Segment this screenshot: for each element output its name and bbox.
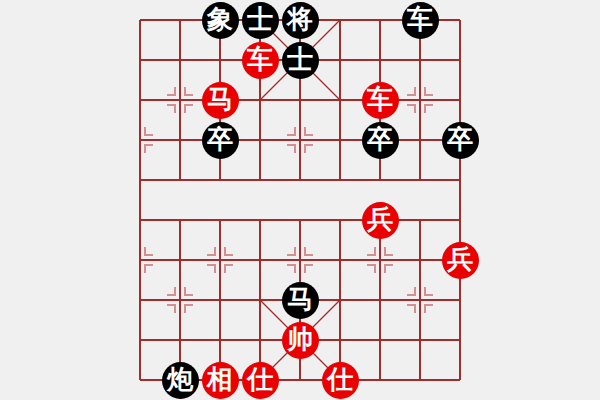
piece-red-soldier[interactable]: 兵: [362, 202, 399, 239]
xiangqi-diagram: 象士将车车士马车卒卒卒兵兵马帅炮相仕仕: [0, 0, 600, 400]
piece-black-soldier[interactable]: 卒: [202, 122, 239, 159]
piece-black-chariot[interactable]: 车: [402, 2, 439, 39]
piece-black-horse[interactable]: 马: [282, 282, 319, 319]
piece-black-elephant[interactable]: 象: [202, 2, 239, 39]
piece-black-soldier[interactable]: 卒: [362, 122, 399, 159]
piece-red-horse[interactable]: 马: [202, 82, 239, 119]
xiangqi-board[interactable]: 象士将车车士马车卒卒卒兵兵马帅炮相仕仕: [120, 0, 480, 400]
piece-black-cannon[interactable]: 炮: [162, 362, 199, 399]
piece-black-soldier[interactable]: 卒: [442, 122, 479, 159]
piece-red-chariot[interactable]: 车: [242, 42, 279, 79]
piece-black-general[interactable]: 将: [282, 2, 319, 39]
piece-black-advisor[interactable]: 士: [242, 2, 279, 39]
piece-black-advisor[interactable]: 士: [282, 42, 319, 79]
piece-red-general[interactable]: 帅: [282, 322, 319, 359]
piece-red-advisor[interactable]: 仕: [242, 362, 279, 399]
piece-red-advisor[interactable]: 仕: [322, 362, 359, 399]
piece-red-soldier[interactable]: 兵: [442, 242, 479, 279]
piece-red-chariot[interactable]: 车: [362, 82, 399, 119]
piece-red-elephant[interactable]: 相: [202, 362, 239, 399]
